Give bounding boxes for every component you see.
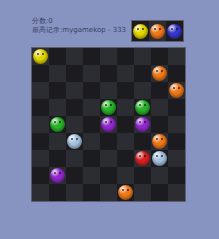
board-cell[interactable] <box>117 150 134 167</box>
board-cell[interactable] <box>117 116 134 133</box>
game-board[interactable] <box>31 47 186 202</box>
board-cell[interactable] <box>134 48 151 65</box>
ball-purple[interactable] <box>50 168 65 183</box>
tray-cell <box>149 21 166 41</box>
board-cell[interactable] <box>151 48 168 65</box>
board-cell[interactable] <box>49 48 66 65</box>
board-cell[interactable] <box>100 150 117 167</box>
board-cell[interactable] <box>66 150 83 167</box>
board-cell[interactable] <box>117 99 134 116</box>
board-cell[interactable] <box>83 48 100 65</box>
ball-yellow[interactable] <box>33 49 48 64</box>
board-cell[interactable] <box>134 99 151 116</box>
board-cell[interactable] <box>168 82 185 99</box>
board-cell[interactable] <box>134 116 151 133</box>
board-cell[interactable] <box>134 167 151 184</box>
board-cell[interactable] <box>32 133 49 150</box>
ball-orange[interactable] <box>152 134 167 149</box>
board-cell[interactable] <box>151 150 168 167</box>
board-cell[interactable] <box>49 150 66 167</box>
board-cell[interactable] <box>168 150 185 167</box>
board-cell[interactable] <box>168 116 185 133</box>
board-cell[interactable] <box>49 184 66 201</box>
board-cell[interactable] <box>151 116 168 133</box>
ball-red[interactable] <box>135 151 150 166</box>
board-cell[interactable] <box>83 133 100 150</box>
highscore-label: 最高记录:mygamekop - 333 <box>32 26 126 35</box>
board-cell[interactable] <box>83 82 100 99</box>
board-cell[interactable] <box>66 82 83 99</box>
ball-purple[interactable] <box>135 117 150 132</box>
board-cell[interactable] <box>168 99 185 116</box>
board-cell[interactable] <box>66 116 83 133</box>
board-cell[interactable] <box>100 99 117 116</box>
board-cell[interactable] <box>151 82 168 99</box>
board-cell[interactable] <box>32 116 49 133</box>
ball-lightblue[interactable] <box>67 134 82 149</box>
ball-green[interactable] <box>50 117 65 132</box>
ball-orange[interactable] <box>118 185 133 200</box>
ball-orange[interactable] <box>169 83 184 98</box>
board-cell[interactable] <box>134 65 151 82</box>
board-cell[interactable] <box>134 184 151 201</box>
board-cell[interactable] <box>32 48 49 65</box>
ball-purple[interactable] <box>101 117 116 132</box>
score-label: 分数:0 <box>32 17 126 26</box>
board-cell[interactable] <box>83 116 100 133</box>
score-block: 分数:0 最高记录:mygamekop - 333 <box>32 17 126 35</box>
board-cell[interactable] <box>66 48 83 65</box>
board-cell[interactable] <box>49 116 66 133</box>
board-cell[interactable] <box>66 99 83 116</box>
next-balls-tray <box>131 20 184 42</box>
board-cell[interactable] <box>83 184 100 201</box>
ball-green[interactable] <box>101 100 116 115</box>
board-cell[interactable] <box>49 65 66 82</box>
board-cell[interactable] <box>168 133 185 150</box>
board-cell[interactable] <box>117 48 134 65</box>
board-cell[interactable] <box>100 133 117 150</box>
board-cell[interactable] <box>100 116 117 133</box>
ball-orange <box>150 24 165 39</box>
board-cell[interactable] <box>168 167 185 184</box>
board-cell[interactable] <box>83 99 100 116</box>
board-cell[interactable] <box>66 184 83 201</box>
board-cell[interactable] <box>32 82 49 99</box>
board-cell[interactable] <box>117 167 134 184</box>
ball-lightblue[interactable] <box>152 151 167 166</box>
ball-orange[interactable] <box>152 66 167 81</box>
board-cell[interactable] <box>83 65 100 82</box>
board-cell[interactable] <box>83 150 100 167</box>
board-cell[interactable] <box>151 184 168 201</box>
ball-green[interactable] <box>135 100 150 115</box>
board-cell[interactable] <box>168 184 185 201</box>
board-cell[interactable] <box>49 82 66 99</box>
board-cell[interactable] <box>66 167 83 184</box>
board-cell[interactable] <box>134 82 151 99</box>
board-cell[interactable] <box>134 150 151 167</box>
board-cell[interactable] <box>151 99 168 116</box>
ball-yellow <box>133 24 148 39</box>
board-cell[interactable] <box>49 133 66 150</box>
board-cell[interactable] <box>168 48 185 65</box>
board-cell[interactable] <box>32 99 49 116</box>
tray-cell <box>166 21 183 41</box>
board-cell[interactable] <box>117 82 134 99</box>
tray-cell <box>132 21 149 41</box>
board-cell[interactable] <box>49 99 66 116</box>
board-cell[interactable] <box>100 82 117 99</box>
board-cell[interactable] <box>100 167 117 184</box>
board-cell[interactable] <box>117 184 134 201</box>
board-cell[interactable] <box>100 65 117 82</box>
board-cell[interactable] <box>100 184 117 201</box>
board-cell[interactable] <box>134 133 151 150</box>
board-cell[interactable] <box>32 167 49 184</box>
board-cell[interactable] <box>168 65 185 82</box>
board-cell[interactable] <box>117 133 134 150</box>
ball-blue <box>167 24 182 39</box>
board-cell[interactable] <box>32 184 49 201</box>
board-cell[interactable] <box>32 65 49 82</box>
board-cell[interactable] <box>66 133 83 150</box>
board-cell[interactable] <box>83 167 100 184</box>
board-cell[interactable] <box>117 65 134 82</box>
board-cell[interactable] <box>100 48 117 65</box>
board-cell[interactable] <box>151 133 168 150</box>
board-cell[interactable] <box>151 65 168 82</box>
board-cell[interactable] <box>32 150 49 167</box>
board-cell[interactable] <box>151 167 168 184</box>
board-cell[interactable] <box>66 65 83 82</box>
board-cell[interactable] <box>49 167 66 184</box>
lines-game-window: 分数:0 最高记录:mygamekop - 333 <box>0 0 219 239</box>
